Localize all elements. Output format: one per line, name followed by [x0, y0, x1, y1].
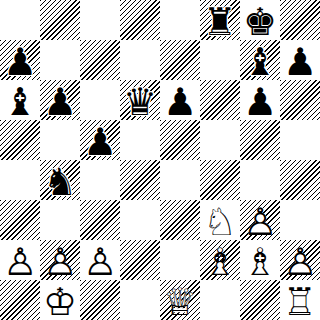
square-b6[interactable]: ♟	[40, 80, 80, 120]
white-pawn-icon: ♙	[240, 200, 280, 240]
square-e3[interactable]	[160, 200, 200, 240]
white-pawn-icon: ♙	[40, 240, 80, 280]
white-bishop-g2[interactable]: ♝♗	[240, 240, 280, 280]
square-e4[interactable]	[160, 160, 200, 200]
square-d2[interactable]	[120, 240, 160, 280]
black-pawn-h7[interactable]: ♟	[280, 40, 320, 80]
square-f3[interactable]: ♞♘	[200, 200, 240, 240]
square-d6[interactable]: ♛	[120, 80, 160, 120]
square-b1[interactable]: ♚♔	[40, 280, 80, 320]
square-h5[interactable]	[280, 120, 320, 160]
black-pawn-icon: ♟	[40, 80, 80, 120]
white-knight-icon: ♘	[200, 200, 240, 240]
square-e1[interactable]: ♛♕	[160, 280, 200, 320]
square-e2[interactable]	[160, 240, 200, 280]
square-h4[interactable]	[280, 160, 320, 200]
square-b4[interactable]: ♞	[40, 160, 80, 200]
square-f6[interactable]	[200, 80, 240, 120]
square-g1[interactable]	[240, 280, 280, 320]
square-d8[interactable]	[120, 0, 160, 40]
square-g7[interactable]: ♝	[240, 40, 280, 80]
square-c6[interactable]	[80, 80, 120, 120]
black-rook-f8[interactable]: ♜	[200, 0, 240, 40]
white-bishop-icon: ♗	[240, 240, 280, 280]
black-bishop-icon: ♝	[0, 80, 40, 120]
square-b8[interactable]	[40, 0, 80, 40]
black-queen-icon: ♛	[120, 80, 160, 120]
white-pawn-b2[interactable]: ♟♙	[40, 240, 80, 280]
black-pawn-g6[interactable]: ♟	[240, 80, 280, 120]
black-pawn-icon: ♟	[160, 80, 200, 120]
square-a5[interactable]	[0, 120, 40, 160]
square-h3[interactable]	[280, 200, 320, 240]
square-e7[interactable]	[160, 40, 200, 80]
black-knight-b4[interactable]: ♞	[40, 160, 80, 200]
square-f7[interactable]	[200, 40, 240, 80]
black-bishop-g7[interactable]: ♝	[240, 40, 280, 80]
square-g4[interactable]	[240, 160, 280, 200]
white-pawn-icon: ♙	[80, 240, 120, 280]
square-b5[interactable]	[40, 120, 80, 160]
white-pawn-a2[interactable]: ♟♙	[0, 240, 40, 280]
white-queen-icon: ♕	[160, 280, 200, 320]
square-a8[interactable]	[0, 0, 40, 40]
square-a1[interactable]	[0, 280, 40, 320]
square-f1[interactable]	[200, 280, 240, 320]
white-king-b1[interactable]: ♚♔	[40, 280, 80, 320]
square-e5[interactable]	[160, 120, 200, 160]
square-d1[interactable]	[120, 280, 160, 320]
white-rook-h1[interactable]: ♜♖	[280, 280, 320, 320]
square-c4[interactable]	[80, 160, 120, 200]
square-c1[interactable]	[80, 280, 120, 320]
square-a2[interactable]: ♟♙	[0, 240, 40, 280]
square-g2[interactable]: ♝♗	[240, 240, 280, 280]
square-d5[interactable]	[120, 120, 160, 160]
black-bishop-a6[interactable]: ♝	[0, 80, 40, 120]
square-f4[interactable]	[200, 160, 240, 200]
white-bishop-icon: ♗	[200, 240, 240, 280]
white-queen-e1[interactable]: ♛♕	[160, 280, 200, 320]
square-g5[interactable]	[240, 120, 280, 160]
square-b7[interactable]	[40, 40, 80, 80]
square-h8[interactable]	[280, 0, 320, 40]
black-king-icon: ♚	[240, 0, 280, 40]
square-e6[interactable]: ♟	[160, 80, 200, 120]
square-g3[interactable]: ♟♙	[240, 200, 280, 240]
chess-board: ♜♚♟♝♟♝♟♛♟♟♟♞♞♘♟♙♟♙♟♙♟♙♝♗♝♗♟♙♚♔♛♕♜♖	[0, 0, 320, 320]
black-pawn-icon: ♟	[240, 80, 280, 120]
white-pawn-icon: ♙	[0, 240, 40, 280]
white-king-icon: ♔	[40, 280, 80, 320]
square-a7[interactable]: ♟	[0, 40, 40, 80]
white-pawn-g3[interactable]: ♟♙	[240, 200, 280, 240]
square-h7[interactable]: ♟	[280, 40, 320, 80]
square-c3[interactable]	[80, 200, 120, 240]
square-f2[interactable]: ♝♗	[200, 240, 240, 280]
square-c5[interactable]: ♟	[80, 120, 120, 160]
black-pawn-b6[interactable]: ♟	[40, 80, 80, 120]
square-g6[interactable]: ♟	[240, 80, 280, 120]
square-d7[interactable]	[120, 40, 160, 80]
white-bishop-f2[interactable]: ♝♗	[200, 240, 240, 280]
square-h1[interactable]: ♜♖	[280, 280, 320, 320]
square-h2[interactable]: ♟♙	[280, 240, 320, 280]
black-pawn-icon: ♟	[280, 40, 320, 80]
square-c2[interactable]: ♟♙	[80, 240, 120, 280]
black-pawn-icon: ♟	[80, 120, 120, 160]
square-c7[interactable]	[80, 40, 120, 80]
black-pawn-a7[interactable]: ♟	[0, 40, 40, 80]
black-queen-d6[interactable]: ♛	[120, 80, 160, 120]
square-d4[interactable]	[120, 160, 160, 200]
square-c8[interactable]	[80, 0, 120, 40]
black-pawn-icon: ♟	[0, 40, 40, 80]
square-b2[interactable]: ♟♙	[40, 240, 80, 280]
white-pawn-c2[interactable]: ♟♙	[80, 240, 120, 280]
white-rook-icon: ♖	[280, 280, 320, 320]
square-b3[interactable]	[40, 200, 80, 240]
white-knight-f3[interactable]: ♞♘	[200, 200, 240, 240]
square-a6[interactable]: ♝	[0, 80, 40, 120]
black-knight-icon: ♞	[40, 160, 80, 200]
black-king-g8[interactable]: ♚	[240, 0, 280, 40]
black-pawn-e6[interactable]: ♟	[160, 80, 200, 120]
square-h6[interactable]	[280, 80, 320, 120]
square-d3[interactable]	[120, 200, 160, 240]
square-a4[interactable]	[0, 160, 40, 200]
black-rook-icon: ♜	[200, 0, 240, 40]
square-e8[interactable]	[160, 0, 200, 40]
black-bishop-icon: ♝	[240, 40, 280, 80]
black-pawn-c5[interactable]: ♟	[80, 120, 120, 160]
white-pawn-h2[interactable]: ♟♙	[280, 240, 320, 280]
white-pawn-icon: ♙	[280, 240, 320, 280]
square-f8[interactable]: ♜	[200, 0, 240, 40]
square-a3[interactable]	[0, 200, 40, 240]
square-f5[interactable]	[200, 120, 240, 160]
square-g8[interactable]: ♚	[240, 0, 280, 40]
